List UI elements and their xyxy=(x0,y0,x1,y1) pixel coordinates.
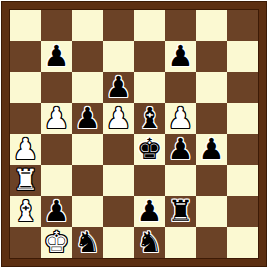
square-c4[interactable] xyxy=(72,134,103,165)
square-e4[interactable]: ♚ xyxy=(134,134,165,165)
square-b1[interactable]: ♚ xyxy=(41,227,72,258)
square-c3[interactable] xyxy=(72,165,103,196)
square-d4[interactable] xyxy=(103,134,134,165)
square-e3[interactable] xyxy=(134,165,165,196)
square-a2[interactable]: ♝ xyxy=(10,196,41,227)
square-f2[interactable]: ♜ xyxy=(165,196,196,227)
black-pawn-piece: ♟ xyxy=(199,134,225,165)
black-pawn-piece: ♟ xyxy=(44,196,70,227)
square-b7[interactable]: ♟ xyxy=(41,41,72,72)
square-e8[interactable] xyxy=(134,10,165,41)
square-f5[interactable]: ♟ xyxy=(165,103,196,134)
black-pawn-piece: ♟ xyxy=(75,103,101,134)
square-h4[interactable] xyxy=(227,134,258,165)
square-c7[interactable] xyxy=(72,41,103,72)
square-f8[interactable] xyxy=(165,10,196,41)
square-h8[interactable] xyxy=(227,10,258,41)
square-c2[interactable] xyxy=(72,196,103,227)
square-h1[interactable] xyxy=(227,227,258,258)
black-pawn-piece: ♟ xyxy=(168,134,194,165)
black-rook-piece: ♜ xyxy=(168,196,194,227)
square-d2[interactable] xyxy=(103,196,134,227)
square-a4[interactable]: ♟ xyxy=(10,134,41,165)
black-bishop-piece: ♝ xyxy=(137,103,163,134)
square-b2[interactable]: ♟ xyxy=(41,196,72,227)
square-h2[interactable] xyxy=(227,196,258,227)
square-f4[interactable]: ♟ xyxy=(165,134,196,165)
square-d5[interactable]: ♟ xyxy=(103,103,134,134)
square-e7[interactable] xyxy=(134,41,165,72)
square-c6[interactable] xyxy=(72,72,103,103)
square-g5[interactable] xyxy=(196,103,227,134)
square-a7[interactable] xyxy=(10,41,41,72)
square-f7[interactable]: ♟ xyxy=(165,41,196,72)
square-b8[interactable] xyxy=(41,10,72,41)
square-f6[interactable] xyxy=(165,72,196,103)
square-f1[interactable] xyxy=(165,227,196,258)
black-king-piece: ♚ xyxy=(137,134,163,165)
square-d6[interactable]: ♟ xyxy=(103,72,134,103)
black-knight-piece: ♞ xyxy=(75,227,101,258)
white-pawn-piece: ♟ xyxy=(168,103,194,134)
white-pawn-piece: ♟ xyxy=(13,134,39,165)
square-a6[interactable] xyxy=(10,72,41,103)
square-b5[interactable]: ♟ xyxy=(41,103,72,134)
chess-board: ♟♟♟♟♟♟♝♟♟♚♟♟♜♝♟♟♜♚♞♞ xyxy=(9,9,259,259)
square-b6[interactable] xyxy=(41,72,72,103)
square-e6[interactable] xyxy=(134,72,165,103)
square-g1[interactable] xyxy=(196,227,227,258)
square-e1[interactable]: ♞ xyxy=(134,227,165,258)
chess-diagram: ♟♟♟♟♟♟♝♟♟♚♟♟♜♝♟♟♜♚♞♞ xyxy=(0,0,268,268)
square-g8[interactable] xyxy=(196,10,227,41)
square-h6[interactable] xyxy=(227,72,258,103)
white-rook-piece: ♜ xyxy=(13,165,39,196)
square-a3[interactable]: ♜ xyxy=(10,165,41,196)
square-e2[interactable]: ♟ xyxy=(134,196,165,227)
square-d1[interactable] xyxy=(103,227,134,258)
white-pawn-piece: ♟ xyxy=(44,103,70,134)
white-bishop-piece: ♝ xyxy=(13,196,39,227)
square-f3[interactable] xyxy=(165,165,196,196)
black-pawn-piece: ♟ xyxy=(106,72,132,103)
white-king-piece: ♚ xyxy=(44,227,70,258)
white-pawn-piece: ♟ xyxy=(106,103,132,134)
square-h7[interactable] xyxy=(227,41,258,72)
square-h5[interactable] xyxy=(227,103,258,134)
square-h3[interactable] xyxy=(227,165,258,196)
square-e5[interactable]: ♝ xyxy=(134,103,165,134)
square-c5[interactable]: ♟ xyxy=(72,103,103,134)
square-a8[interactable] xyxy=(10,10,41,41)
square-d7[interactable] xyxy=(103,41,134,72)
square-g3[interactable] xyxy=(196,165,227,196)
square-g2[interactable] xyxy=(196,196,227,227)
square-a1[interactable] xyxy=(10,227,41,258)
square-c1[interactable]: ♞ xyxy=(72,227,103,258)
black-pawn-piece: ♟ xyxy=(44,41,70,72)
square-c8[interactable] xyxy=(72,10,103,41)
square-g6[interactable] xyxy=(196,72,227,103)
square-a5[interactable] xyxy=(10,103,41,134)
square-b4[interactable] xyxy=(41,134,72,165)
square-d3[interactable] xyxy=(103,165,134,196)
black-pawn-piece: ♟ xyxy=(168,41,194,72)
black-knight-piece: ♞ xyxy=(137,227,163,258)
square-d8[interactable] xyxy=(103,10,134,41)
square-g7[interactable] xyxy=(196,41,227,72)
board-frame: ♟♟♟♟♟♟♝♟♟♚♟♟♜♝♟♟♜♚♞♞ xyxy=(1,1,267,267)
square-g4[interactable]: ♟ xyxy=(196,134,227,165)
square-b3[interactable] xyxy=(41,165,72,196)
black-pawn-piece: ♟ xyxy=(137,196,163,227)
